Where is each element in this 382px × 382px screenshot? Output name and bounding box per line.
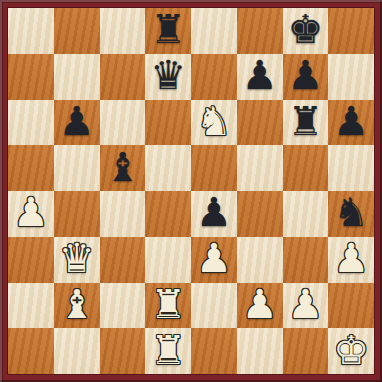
square-g6[interactable]: ♜ (283, 100, 329, 146)
square-a7[interactable] (8, 54, 54, 100)
piece-white-pawn[interactable]: ♟ (13, 191, 49, 235)
square-c6[interactable] (100, 100, 146, 146)
piece-white-pawn[interactable]: ♟ (333, 237, 369, 281)
piece-white-queen[interactable]: ♛ (59, 237, 95, 281)
piece-white-knight[interactable]: ♞ (196, 100, 232, 144)
square-h2[interactable] (328, 283, 374, 329)
square-f7[interactable]: ♟ (237, 54, 283, 100)
piece-black-pawn[interactable]: ♟ (59, 100, 95, 144)
square-c5[interactable]: ♝ (100, 145, 146, 191)
piece-black-queen[interactable]: ♛ (150, 54, 186, 98)
square-g4[interactable] (283, 191, 329, 237)
square-h7[interactable] (328, 54, 374, 100)
square-e3[interactable]: ♟ (191, 237, 237, 283)
square-e2[interactable] (191, 283, 237, 329)
square-b6[interactable]: ♟ (54, 100, 100, 146)
square-g3[interactable] (283, 237, 329, 283)
square-a5[interactable] (8, 145, 54, 191)
square-a8[interactable] (8, 8, 54, 54)
square-e4[interactable]: ♟ (191, 191, 237, 237)
board-frame: ♜♚♛♟♟♟♞♜♟♝♟♟♞♛♟♟♝♜♟♟♜♚ (0, 0, 382, 382)
square-a3[interactable] (8, 237, 54, 283)
square-h1[interactable]: ♚ (328, 328, 374, 374)
piece-white-bishop[interactable]: ♝ (59, 283, 95, 327)
piece-black-rook[interactable]: ♜ (150, 8, 186, 52)
square-a6[interactable] (8, 100, 54, 146)
chess-board: ♜♚♛♟♟♟♞♜♟♝♟♟♞♛♟♟♝♜♟♟♜♚ (8, 8, 374, 374)
square-h6[interactable]: ♟ (328, 100, 374, 146)
square-b2[interactable]: ♝ (54, 283, 100, 329)
square-b3[interactable]: ♛ (54, 237, 100, 283)
square-c4[interactable] (100, 191, 146, 237)
square-f2[interactable]: ♟ (237, 283, 283, 329)
piece-white-king[interactable]: ♚ (333, 328, 369, 372)
square-f3[interactable] (237, 237, 283, 283)
piece-black-knight[interactable]: ♞ (333, 191, 369, 235)
piece-white-pawn[interactable]: ♟ (287, 283, 323, 327)
square-b8[interactable] (54, 8, 100, 54)
square-c2[interactable] (100, 283, 146, 329)
square-g7[interactable]: ♟ (283, 54, 329, 100)
piece-black-rook[interactable]: ♜ (287, 100, 323, 144)
piece-black-pawn[interactable]: ♟ (242, 54, 278, 98)
square-a4[interactable]: ♟ (8, 191, 54, 237)
square-e1[interactable] (191, 328, 237, 374)
square-a2[interactable] (8, 283, 54, 329)
piece-white-pawn[interactable]: ♟ (196, 237, 232, 281)
square-e7[interactable] (191, 54, 237, 100)
square-e6[interactable]: ♞ (191, 100, 237, 146)
square-h8[interactable] (328, 8, 374, 54)
piece-white-rook[interactable]: ♜ (150, 283, 186, 327)
square-b7[interactable] (54, 54, 100, 100)
square-e8[interactable] (191, 8, 237, 54)
square-d8[interactable]: ♜ (145, 8, 191, 54)
square-b4[interactable] (54, 191, 100, 237)
square-f4[interactable] (237, 191, 283, 237)
piece-black-pawn[interactable]: ♟ (333, 100, 369, 144)
square-d7[interactable]: ♛ (145, 54, 191, 100)
piece-black-pawn[interactable]: ♟ (196, 191, 232, 235)
square-d5[interactable] (145, 145, 191, 191)
square-h5[interactable] (328, 145, 374, 191)
square-b1[interactable] (54, 328, 100, 374)
square-h4[interactable]: ♞ (328, 191, 374, 237)
square-b5[interactable] (54, 145, 100, 191)
piece-black-pawn[interactable]: ♟ (287, 54, 323, 98)
square-g1[interactable] (283, 328, 329, 374)
square-d6[interactable] (145, 100, 191, 146)
piece-white-rook[interactable]: ♜ (150, 328, 186, 372)
square-g8[interactable]: ♚ (283, 8, 329, 54)
square-h3[interactable]: ♟ (328, 237, 374, 283)
square-g2[interactable]: ♟ (283, 283, 329, 329)
square-c8[interactable] (100, 8, 146, 54)
piece-black-bishop[interactable]: ♝ (104, 145, 140, 189)
square-e5[interactable] (191, 145, 237, 191)
square-f6[interactable] (237, 100, 283, 146)
square-a1[interactable] (8, 328, 54, 374)
square-d1[interactable]: ♜ (145, 328, 191, 374)
square-d4[interactable] (145, 191, 191, 237)
square-f8[interactable] (237, 8, 283, 54)
square-g5[interactable] (283, 145, 329, 191)
square-f5[interactable] (237, 145, 283, 191)
square-c1[interactable] (100, 328, 146, 374)
square-c7[interactable] (100, 54, 146, 100)
square-f1[interactable] (237, 328, 283, 374)
square-d2[interactable]: ♜ (145, 283, 191, 329)
piece-black-king[interactable]: ♚ (287, 8, 323, 52)
piece-white-pawn[interactable]: ♟ (242, 283, 278, 327)
square-d3[interactable] (145, 237, 191, 283)
square-c3[interactable] (100, 237, 146, 283)
